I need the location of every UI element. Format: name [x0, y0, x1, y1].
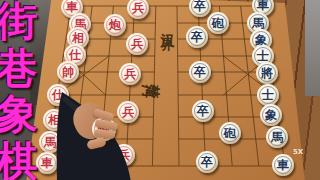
banner-character: 巷 — [0, 48, 38, 88]
video-thumbnail: 汉界 楚河 車馬相仕帥仕相馬車炮炮兵兵兵兵兵卒卒卒卒卒砲砲車馬象士將士象馬車 街… — [0, 0, 320, 180]
channel-title-banner: 街巷象棋 — [0, 0, 37, 180]
banner-character: 棋 — [0, 141, 38, 180]
banner-character: 象 — [0, 94, 38, 134]
player-arm-sleeve — [0, 0, 320, 180]
banner-character: 街 — [0, 1, 38, 41]
watermark-text: 5X — [293, 148, 303, 156]
